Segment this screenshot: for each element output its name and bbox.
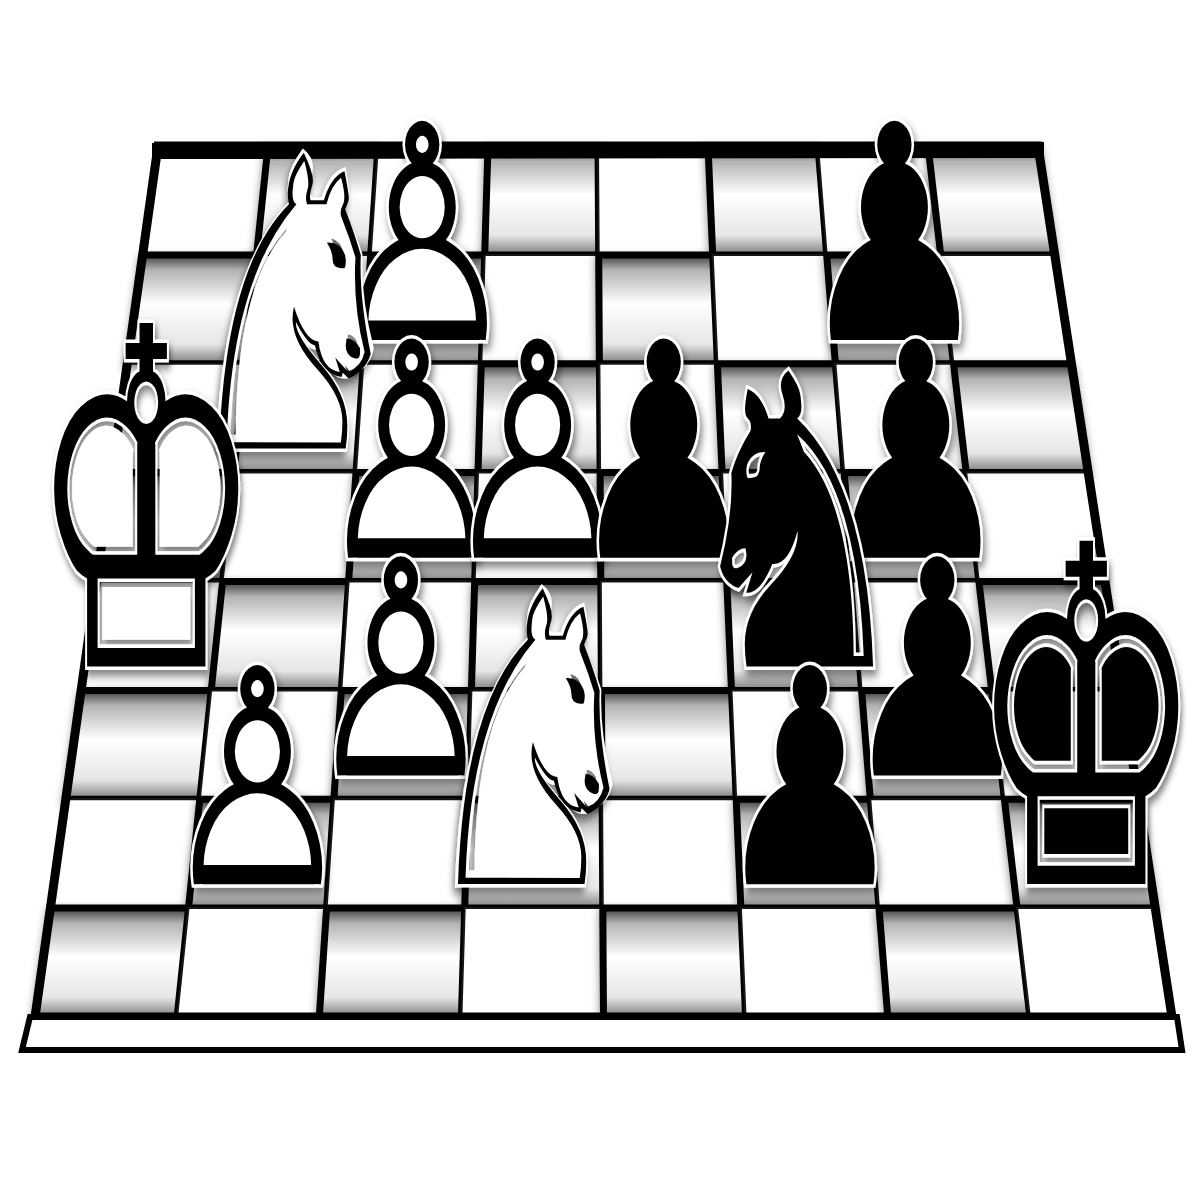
white-knight-glyph: ♘	[414, 509, 654, 980]
square-e8[interactable]	[598, 146, 713, 255]
piece-white-pawn-b2[interactable]: ♟♙	[161, 605, 355, 955]
black-king-glyph: ♚	[968, 447, 1200, 995]
white-pawn-glyph: ♙	[161, 605, 355, 955]
chess-coloring-page: ♟♙♟♞♘♟♙♟♙♟♟♚♔♞♟♙♟♟♙♞♘♟♚	[0, 0, 1200, 1200]
black-pawn-glyph: ♟	[713, 605, 907, 955]
piece-black-pawn-f2[interactable]: ♟	[713, 605, 907, 955]
board-side-edge	[22, 1017, 1182, 1050]
piece-white-knight-d2[interactable]: ♞♘	[414, 509, 654, 980]
piece-black-king-h2[interactable]: ♚	[968, 447, 1200, 995]
chessboard: ♟♙♟♞♘♟♙♟♙♟♟♚♔♞♟♙♟♟♙♞♘♟♚	[0, 0, 1200, 1200]
